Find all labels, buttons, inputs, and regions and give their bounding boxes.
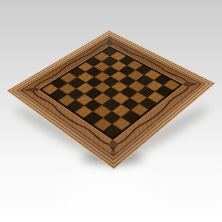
corner-diamond-icon xyxy=(22,84,40,96)
field-frame xyxy=(39,46,183,140)
chess-board xyxy=(8,31,214,168)
board-border xyxy=(19,36,203,157)
photo-backdrop xyxy=(0,0,222,222)
corner-diamond-icon xyxy=(103,139,124,155)
